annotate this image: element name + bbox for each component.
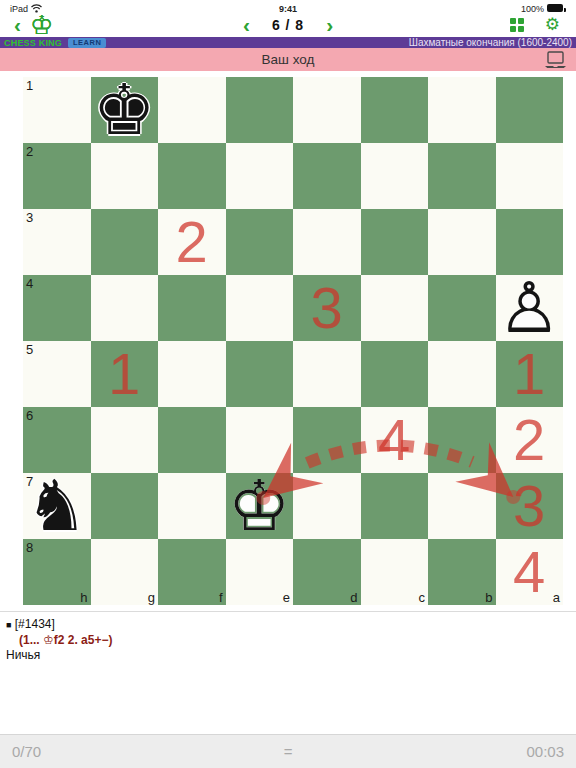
- next-puzzle-button[interactable]: ›: [326, 15, 333, 35]
- square-c7[interactable]: [361, 473, 429, 539]
- move-prompt-bar: Ваш ход: [0, 48, 576, 71]
- black-knight[interactable]: ♞: [23, 473, 91, 539]
- square-a8[interactable]: a: [496, 539, 564, 605]
- white-king[interactable]: ♚♔: [226, 473, 294, 539]
- rank-label: 4: [26, 276, 33, 291]
- square-e1[interactable]: [226, 77, 294, 143]
- square-b5[interactable]: [428, 341, 496, 407]
- square-g2[interactable]: [91, 143, 159, 209]
- square-d7[interactable]: [293, 473, 361, 539]
- square-b3[interactable]: [428, 209, 496, 275]
- square-h3[interactable]: 3: [23, 209, 91, 275]
- square-g5[interactable]: [91, 341, 159, 407]
- learn-badge: LEARN: [68, 38, 106, 48]
- square-b1[interactable]: [428, 77, 496, 143]
- rank-label: 5: [26, 342, 33, 357]
- square-f4[interactable]: [158, 275, 226, 341]
- file-label: h: [80, 590, 87, 605]
- chess-board: 12345678hgfedcba 12341234 ♚♞♚♔♟♙: [23, 77, 563, 605]
- square-a1[interactable]: [496, 77, 564, 143]
- square-a7[interactable]: [496, 473, 564, 539]
- app-screen: iPad 9:41 100% ‹ ♔ ‹ 6 / 8 › ⚙: [0, 0, 576, 768]
- timer: 00:03: [292, 743, 564, 760]
- square-b8[interactable]: b: [428, 539, 496, 605]
- square-g3[interactable]: [91, 209, 159, 275]
- square-e6[interactable]: [226, 407, 294, 473]
- square-f5[interactable]: [158, 341, 226, 407]
- square-a6[interactable]: [496, 407, 564, 473]
- file-label: e: [283, 590, 290, 605]
- square-h8[interactable]: 8h: [23, 539, 91, 605]
- brand-name: CHESS KING: [4, 38, 62, 48]
- result-symbol: =: [284, 743, 293, 760]
- square-c2[interactable]: [361, 143, 429, 209]
- prev-puzzle-button[interactable]: ‹: [243, 15, 250, 35]
- file-label: c: [419, 590, 426, 605]
- variation-line: (1... ♔f2 2. a5+−): [19, 633, 570, 648]
- rank-label: 6: [26, 408, 33, 423]
- move-prompt-text: Ваш ход: [0, 48, 576, 71]
- nav-row: ‹ ♔ ‹ 6 / 8 › ⚙: [0, 12, 576, 37]
- square-d1[interactable]: [293, 77, 361, 143]
- square-c4[interactable]: [361, 275, 429, 341]
- square-e3[interactable]: [226, 209, 294, 275]
- puzzle-notes: ■ [#1434] (1... ♔f2 2. a5+−) Ничья: [6, 617, 570, 663]
- computer-analysis-icon[interactable]: [544, 51, 567, 69]
- square-d3[interactable]: [293, 209, 361, 275]
- square-c1[interactable]: [361, 77, 429, 143]
- brand-bar: CHESS KING LEARN Шахматные окончания (16…: [0, 37, 576, 48]
- file-label: a: [553, 590, 560, 605]
- footer-bar: 0/70 = 00:03: [0, 734, 576, 768]
- square-b7[interactable]: [428, 473, 496, 539]
- square-d5[interactable]: [293, 341, 361, 407]
- square-h5[interactable]: 5: [23, 341, 91, 407]
- board-squares: 12345678hgfedcba: [23, 77, 563, 605]
- square-f3[interactable]: [158, 209, 226, 275]
- course-title: Шахматные окончания (1600-2400): [409, 37, 572, 48]
- square-c3[interactable]: [361, 209, 429, 275]
- side-to-move-square: ■: [6, 620, 11, 630]
- square-f2[interactable]: [158, 143, 226, 209]
- square-e8[interactable]: e: [226, 539, 294, 605]
- square-b4[interactable]: [428, 275, 496, 341]
- rank-label: 3: [26, 210, 33, 225]
- square-h2[interactable]: 2: [23, 143, 91, 209]
- square-h1[interactable]: 1: [23, 77, 91, 143]
- puzzle-pager: 6 / 8: [272, 17, 304, 33]
- square-f6[interactable]: [158, 407, 226, 473]
- score-counter: 0/70: [12, 743, 284, 760]
- file-label: f: [219, 590, 223, 605]
- square-a5[interactable]: [496, 341, 564, 407]
- rank-label: 1: [26, 78, 33, 93]
- square-e4[interactable]: [226, 275, 294, 341]
- square-c6[interactable]: [361, 407, 429, 473]
- file-label: d: [350, 590, 357, 605]
- square-d4[interactable]: [293, 275, 361, 341]
- rank-label: 2: [26, 144, 33, 159]
- square-f8[interactable]: f: [158, 539, 226, 605]
- white-pawn[interactable]: ♟♙: [496, 275, 564, 341]
- settings-gear-icon[interactable]: ⚙: [545, 16, 560, 33]
- square-g7[interactable]: [91, 473, 159, 539]
- square-a3[interactable]: [496, 209, 564, 275]
- square-e5[interactable]: [226, 341, 294, 407]
- file-label: g: [148, 590, 155, 605]
- square-g8[interactable]: g: [91, 539, 159, 605]
- square-b6[interactable]: [428, 407, 496, 473]
- square-h4[interactable]: 4: [23, 275, 91, 341]
- square-f7[interactable]: [158, 473, 226, 539]
- square-b2[interactable]: [428, 143, 496, 209]
- square-e2[interactable]: [226, 143, 294, 209]
- puzzle-list-icon[interactable]: [510, 18, 524, 32]
- square-g4[interactable]: [91, 275, 159, 341]
- square-g6[interactable]: [91, 407, 159, 473]
- square-c5[interactable]: [361, 341, 429, 407]
- divider-line: [0, 611, 576, 612]
- result-line: Ничья: [6, 648, 570, 663]
- puzzle-id-line: ■ [#1434]: [6, 617, 570, 633]
- square-f1[interactable]: [158, 77, 226, 143]
- square-h6[interactable]: 6: [23, 407, 91, 473]
- square-a2[interactable]: [496, 143, 564, 209]
- puzzle-id: [#1434]: [15, 617, 55, 631]
- black-king[interactable]: ♚: [91, 77, 159, 143]
- square-d2[interactable]: [293, 143, 361, 209]
- square-d6[interactable]: [293, 407, 361, 473]
- square-c8[interactable]: c: [361, 539, 429, 605]
- file-label: b: [485, 590, 492, 605]
- square-d8[interactable]: d: [293, 539, 361, 605]
